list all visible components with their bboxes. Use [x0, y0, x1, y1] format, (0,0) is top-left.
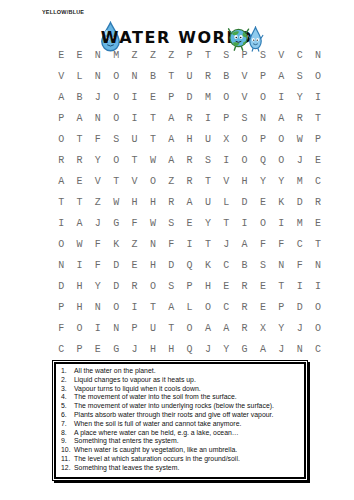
grid-cell[interactable]: H: [144, 339, 162, 360]
grid-cell[interactable]: C: [290, 45, 308, 66]
clue-item: 5.The movement of water into underlying …: [59, 402, 299, 411]
grid-cell[interactable]: E: [254, 297, 272, 318]
grid-cell[interactable]: V: [217, 171, 235, 192]
grid-cell[interactable]: P: [162, 87, 180, 108]
grid-cell[interactable]: I: [125, 297, 143, 318]
grid-cell[interactable]: E: [217, 276, 235, 297]
grid-cell[interactable]: W: [144, 150, 162, 171]
grid-cell[interactable]: Q: [254, 150, 272, 171]
grid-cell[interactable]: J: [199, 339, 217, 360]
clue-text: All the water on the planet.: [74, 367, 299, 376]
grid-cell[interactable]: B: [235, 255, 253, 276]
grid-cell[interactable]: D: [180, 87, 198, 108]
grid-cell[interactable]: Y: [89, 276, 107, 297]
grid-cell[interactable]: W: [290, 129, 308, 150]
grid-cell[interactable]: O: [272, 150, 290, 171]
grid-cell[interactable]: M: [290, 213, 308, 234]
grid-cell[interactable]: F: [89, 255, 107, 276]
grid-cell[interactable]: B: [217, 66, 235, 87]
clue-item: 4.The movement of water into the soil fr…: [59, 393, 299, 402]
grid-cell[interactable]: H: [162, 339, 180, 360]
clue-number: 11.: [59, 455, 74, 464]
grid-cell[interactable]: Y: [254, 171, 272, 192]
grid-cell[interactable]: T: [70, 192, 88, 213]
grid-cell[interactable]: O: [309, 66, 327, 87]
grid-cell[interactable]: I: [290, 276, 308, 297]
grid-cell[interactable]: M: [107, 45, 125, 66]
grid-cell[interactable]: V: [89, 171, 107, 192]
grid-cell[interactable]: D: [235, 192, 253, 213]
grid-cell[interactable]: D: [107, 276, 125, 297]
grid-cell[interactable]: T: [309, 234, 327, 255]
worksheet-page: YELLOW/BLUE WATER WORLD: [0, 0, 354, 500]
grid-cell[interactable]: O: [217, 87, 235, 108]
grid-cell[interactable]: Q: [180, 339, 198, 360]
clue-text: The level at which saturation occurs in …: [74, 455, 299, 464]
grid-cell[interactable]: I: [199, 108, 217, 129]
grid-cell[interactable]: Y: [290, 87, 308, 108]
clue-number: 5.: [59, 402, 74, 411]
grid-cell[interactable]: Z: [89, 192, 107, 213]
grid-cell[interactable]: L: [180, 297, 198, 318]
grid-cell[interactable]: A: [52, 171, 70, 192]
grid-cell[interactable]: J: [217, 234, 235, 255]
grid-cell[interactable]: E: [309, 150, 327, 171]
grid-cell[interactable]: S: [254, 255, 272, 276]
clue-number: 10.: [59, 446, 74, 455]
grid-cell[interactable]: N: [125, 66, 143, 87]
grid-cell[interactable]: N: [89, 66, 107, 87]
grid-cell[interactable]: H: [70, 297, 88, 318]
grid-cell[interactable]: O: [254, 213, 272, 234]
clue-item: 10.When water is caught by vegetation, l…: [59, 446, 299, 455]
grid-cell[interactable]: A: [52, 87, 70, 108]
clue-text: When water is caught by vegetation, like…: [74, 446, 299, 455]
grid-cell[interactable]: V: [52, 66, 70, 87]
grid-cell[interactable]: T: [125, 150, 143, 171]
grid-cell[interactable]: F: [162, 234, 180, 255]
grid-cell[interactable]: P: [254, 66, 272, 87]
grid-cell[interactable]: P: [235, 45, 253, 66]
grid-cell[interactable]: K: [272, 192, 290, 213]
clue-number: 8.: [59, 429, 74, 438]
clue-text: The movement of water into the soil from…: [74, 393, 299, 402]
clue-text: The movement of water into underlying ro…: [74, 402, 299, 411]
grid-cell[interactable]: U: [180, 66, 198, 87]
grid-cell[interactable]: V: [235, 66, 253, 87]
grid-cell[interactable]: D: [290, 192, 308, 213]
grid-cell[interactable]: A: [162, 150, 180, 171]
clue-item: 8.A place where water can be held, e.g. …: [59, 429, 299, 438]
grid-cell[interactable]: K: [199, 255, 217, 276]
grid-cell[interactable]: T: [52, 192, 70, 213]
grid-cell[interactable]: G: [107, 213, 125, 234]
grid-cell[interactable]: P: [180, 276, 198, 297]
clue-item: 2.Liquid changes to vapour as it heats u…: [59, 376, 299, 385]
grid-cell[interactable]: A: [272, 66, 290, 87]
grid-cell[interactable]: T: [199, 171, 217, 192]
grid-cell[interactable]: H: [199, 276, 217, 297]
grid-cell[interactable]: R: [309, 192, 327, 213]
clue-text: Plants absorb water through their roots …: [74, 411, 299, 420]
grid-cell[interactable]: A: [70, 213, 88, 234]
grid-cell[interactable]: V: [272, 45, 290, 66]
grid-cell[interactable]: J: [272, 339, 290, 360]
grid-cell[interactable]: T: [107, 171, 125, 192]
grid-cell[interactable]: P: [125, 318, 143, 339]
grid-cell[interactable]: R: [180, 108, 198, 129]
grid-cell[interactable]: C: [217, 255, 235, 276]
grid-cell[interactable]: I: [309, 87, 327, 108]
clue-text: Something that enters the system.: [74, 437, 299, 446]
grid-cell[interactable]: A: [180, 192, 198, 213]
grid-cell[interactable]: A: [217, 318, 235, 339]
grid-cell[interactable]: R: [235, 318, 253, 339]
grid-cell[interactable]: F: [52, 318, 70, 339]
grid-cell[interactable]: O: [235, 150, 253, 171]
grid-cell[interactable]: S: [162, 276, 180, 297]
grid-cell[interactable]: N: [272, 255, 290, 276]
clue-text: Vapour turns to liquid when it cools dow…: [74, 385, 299, 394]
clue-list: 1.All the water on the planet.2.Liquid c…: [54, 362, 306, 479]
clue-item: 12.Something that leaves the system.: [59, 464, 299, 473]
grid-cell[interactable]: O: [180, 318, 198, 339]
grid-cell[interactable]: T: [199, 45, 217, 66]
clue-number: 4.: [59, 393, 74, 402]
grid-cell[interactable]: B: [144, 66, 162, 87]
grid-cell[interactable]: P: [180, 45, 198, 66]
grid-cell[interactable]: S: [217, 45, 235, 66]
grid-cell[interactable]: E: [309, 213, 327, 234]
grid-cell[interactable]: P: [70, 339, 88, 360]
grid-cell[interactable]: Y: [89, 150, 107, 171]
grid-cell[interactable]: U: [125, 129, 143, 150]
grid-cell[interactable]: B: [70, 87, 88, 108]
grid-cell[interactable]: F: [290, 255, 308, 276]
grid-cell[interactable]: G: [107, 339, 125, 360]
grid-cell[interactable]: J: [125, 339, 143, 360]
grid-cell[interactable]: C: [52, 339, 70, 360]
clue-number: 3.: [59, 385, 74, 394]
grid-cell[interactable]: O: [107, 108, 125, 129]
grid-cell[interactable]: I: [309, 276, 327, 297]
grid-cell[interactable]: C: [309, 171, 327, 192]
grid-cell[interactable]: N: [144, 234, 162, 255]
grid-cell[interactable]: C: [309, 339, 327, 360]
grid-cell[interactable]: A: [199, 318, 217, 339]
grid-cell[interactable]: N: [107, 318, 125, 339]
grid-cell[interactable]: O: [107, 87, 125, 108]
grid-cell[interactable]: I: [217, 150, 235, 171]
grid-cell[interactable]: N: [254, 108, 272, 129]
grid-cell[interactable]: R: [52, 150, 70, 171]
clue-item: 1.All the water on the planet.: [59, 367, 299, 376]
grid-cell[interactable]: A: [162, 297, 180, 318]
grid-cell[interactable]: U: [199, 129, 217, 150]
grid-cell[interactable]: R: [70, 150, 88, 171]
grid-cell[interactable]: D: [162, 255, 180, 276]
grid-cell[interactable]: I: [180, 234, 198, 255]
grid-cell[interactable]: I: [89, 318, 107, 339]
grid-cell[interactable]: W: [107, 192, 125, 213]
grid-cell[interactable]: P: [309, 129, 327, 150]
grid-cell[interactable]: O: [272, 129, 290, 150]
clue-text: A place where water can be held, e.g. a …: [74, 429, 299, 438]
grid-cell[interactable]: O: [309, 297, 327, 318]
grid-cell[interactable]: T: [70, 129, 88, 150]
grid-cell[interactable]: Z: [125, 234, 143, 255]
grid-cell[interactable]: F: [89, 234, 107, 255]
grid-cell[interactable]: F: [125, 213, 143, 234]
grid-cell[interactable]: E: [144, 87, 162, 108]
grid-cell[interactable]: O: [144, 276, 162, 297]
grid-cell[interactable]: A: [272, 108, 290, 129]
grid-cell[interactable]: L: [217, 192, 235, 213]
grid-cell[interactable]: O: [107, 66, 125, 87]
grid-cell[interactable]: H: [180, 129, 198, 150]
grid-cell[interactable]: F: [89, 129, 107, 150]
grid-cell[interactable]: O: [309, 318, 327, 339]
grid-cell[interactable]: Y: [199, 213, 217, 234]
clue-item: 11.The level at which saturation occurs …: [59, 455, 299, 464]
grid-cell[interactable]: V: [125, 171, 143, 192]
grid-cell[interactable]: W: [144, 213, 162, 234]
grid-cell[interactable]: S: [235, 108, 253, 129]
grid-cell[interactable]: O: [254, 87, 272, 108]
grid-cell[interactable]: I: [52, 213, 70, 234]
grid-cell[interactable]: K: [107, 234, 125, 255]
grid-cell[interactable]: O: [144, 171, 162, 192]
grid-cell[interactable]: E: [254, 192, 272, 213]
grid-cell[interactable]: N: [89, 45, 107, 66]
grid-cell[interactable]: J: [290, 318, 308, 339]
grid-cell[interactable]: W: [70, 234, 88, 255]
grid-cell[interactable]: P: [52, 108, 70, 129]
grid-cell[interactable]: O: [107, 297, 125, 318]
grid-cell[interactable]: R: [235, 276, 253, 297]
grid-cell[interactable]: E: [125, 255, 143, 276]
grid-cell[interactable]: N: [89, 108, 107, 129]
clue-text: Liquid changes to vapour as it heats up.: [74, 376, 299, 385]
grid-cell[interactable]: J: [89, 87, 107, 108]
grid-cell[interactable]: R: [125, 276, 143, 297]
grid-cell[interactable]: E: [70, 45, 88, 66]
clue-item: 9.Something that enters the system.: [59, 437, 299, 446]
grid-cell[interactable]: F: [272, 234, 290, 255]
grid-cell[interactable]: X: [217, 129, 235, 150]
grid-cell[interactable]: A: [254, 339, 272, 360]
grid-cell[interactable]: N: [309, 255, 327, 276]
grid-cell[interactable]: Y: [272, 171, 290, 192]
grid-cell[interactable]: T: [162, 66, 180, 87]
grid-cell[interactable]: Z: [125, 45, 143, 66]
grid-cell[interactable]: X: [254, 318, 272, 339]
grid-cell[interactable]: I: [70, 255, 88, 276]
grid-cell[interactable]: S: [254, 45, 272, 66]
grid-cell[interactable]: D: [107, 255, 125, 276]
grid-cell[interactable]: D: [52, 276, 70, 297]
grid-cell[interactable]: P: [52, 297, 70, 318]
clue-number: 6.: [59, 411, 74, 420]
grid-cell[interactable]: R: [180, 171, 198, 192]
grid-cell[interactable]: P: [272, 297, 290, 318]
grid-cell[interactable]: O: [52, 234, 70, 255]
grid-cell[interactable]: C: [290, 234, 308, 255]
clue-text: Something that leaves the system.: [74, 464, 299, 473]
grid-cell[interactable]: R: [180, 150, 198, 171]
grid-cell[interactable]: I: [272, 87, 290, 108]
grid-cell[interactable]: Z: [144, 45, 162, 66]
grid-cell[interactable]: H: [144, 192, 162, 213]
grid-cell[interactable]: N: [309, 45, 327, 66]
grid-cell[interactable]: R: [235, 297, 253, 318]
grid-cell[interactable]: N: [89, 297, 107, 318]
grid-cell[interactable]: T: [144, 129, 162, 150]
grid-cell[interactable]: I: [235, 213, 253, 234]
clue-item: 7.When the soil is full of water and can…: [59, 420, 299, 429]
grid-cell[interactable]: H: [144, 255, 162, 276]
grid-cell[interactable]: S: [107, 129, 125, 150]
grid-cell[interactable]: A: [162, 108, 180, 129]
clue-number: 7.: [59, 420, 74, 429]
grid-cell[interactable]: Z: [162, 45, 180, 66]
clue-text: When the soil is full of water and canno…: [74, 420, 299, 429]
grid-cell[interactable]: S: [290, 66, 308, 87]
grid-cell[interactable]: J: [89, 213, 107, 234]
grid-cell[interactable]: E: [70, 171, 88, 192]
grid-cell[interactable]: T: [309, 108, 327, 129]
grid-cell[interactable]: F: [254, 234, 272, 255]
grid-cell[interactable]: E: [180, 213, 198, 234]
grid-cell[interactable]: Y: [217, 339, 235, 360]
grid-cell[interactable]: I: [272, 213, 290, 234]
grid-cell[interactable]: P: [217, 108, 235, 129]
grid-cell[interactable]: S: [162, 213, 180, 234]
grid-cell[interactable]: A: [162, 129, 180, 150]
grid-cell[interactable]: N: [52, 255, 70, 276]
clue-item: 3.Vapour turns to liquid when it cools d…: [59, 385, 299, 394]
clue-item: 6.Plants absorb water through their root…: [59, 411, 299, 420]
grid-cell[interactable]: P: [254, 129, 272, 150]
grid-cell[interactable]: O: [107, 150, 125, 171]
clue-number: 2.: [59, 376, 74, 385]
grid-cell[interactable]: T: [144, 297, 162, 318]
grid-cell[interactable]: M: [199, 87, 217, 108]
grid-cell[interactable]: M: [290, 171, 308, 192]
grid-cell[interactable]: T: [272, 276, 290, 297]
grid-cell[interactable]: O: [199, 297, 217, 318]
grid-cell[interactable]: I: [125, 108, 143, 129]
grid-cell[interactable]: R: [199, 66, 217, 87]
grid-cell[interactable]: O: [52, 129, 70, 150]
grid-cell[interactable]: J: [290, 150, 308, 171]
grid-cell[interactable]: C: [217, 297, 235, 318]
grid-cell[interactable]: Q: [180, 255, 198, 276]
color-code-label: YELLOW/BLUE: [42, 9, 84, 15]
grid-cell[interactable]: O: [70, 318, 88, 339]
grid-cell[interactable]: E: [52, 45, 70, 66]
grid-cell[interactable]: N: [290, 339, 308, 360]
grid-cell[interactable]: V: [235, 87, 253, 108]
grid-cell[interactable]: A: [235, 234, 253, 255]
grid-cell[interactable]: H: [70, 276, 88, 297]
grid-cell[interactable]: S: [199, 150, 217, 171]
grid-cell[interactable]: T: [162, 318, 180, 339]
grid-cell[interactable]: D: [290, 297, 308, 318]
clue-number: 1.: [59, 367, 74, 376]
grid-cell[interactable]: R: [162, 192, 180, 213]
grid-cell[interactable]: T: [144, 108, 162, 129]
grid-cell[interactable]: R: [290, 108, 308, 129]
grid-cell[interactable]: Z: [162, 171, 180, 192]
grid-cell[interactable]: H: [235, 171, 253, 192]
grid-cell[interactable]: E: [89, 339, 107, 360]
word-search-grid: EENMZZZPTSPSVCNVLNONBTURBVPASOABJOIEPDMO…: [52, 45, 327, 360]
clue-number: 12.: [59, 464, 74, 473]
grid-cell[interactable]: O: [235, 129, 253, 150]
grid-cell[interactable]: E: [254, 276, 272, 297]
grid-cell[interactable]: T: [217, 213, 235, 234]
grid-cell[interactable]: I: [125, 87, 143, 108]
grid-cell[interactable]: G: [235, 339, 253, 360]
clue-number: 9.: [59, 437, 74, 446]
grid-cell[interactable]: L: [70, 66, 88, 87]
grid-cell[interactable]: U: [199, 192, 217, 213]
grid-cell[interactable]: Y: [272, 318, 290, 339]
grid-cell[interactable]: T: [199, 234, 217, 255]
grid-cell[interactable]: U: [144, 318, 162, 339]
grid-cell[interactable]: A: [70, 108, 88, 129]
clue-box: 1.All the water on the planet.2.Liquid c…: [52, 360, 308, 481]
grid-cell[interactable]: H: [125, 192, 143, 213]
